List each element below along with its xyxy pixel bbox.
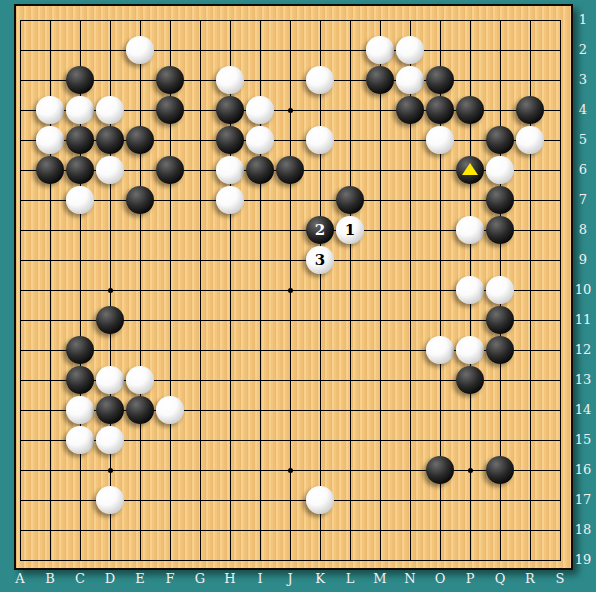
black-stone-M3: [366, 66, 394, 94]
black-stone-C12: [66, 336, 94, 364]
white-stone-L8: 1: [336, 216, 364, 244]
white-stone-H6: [216, 156, 244, 184]
column-label-D: D: [99, 571, 121, 587]
white-stone-M2: [366, 36, 394, 64]
black-stone-O16: [426, 456, 454, 484]
black-stone-L7: [336, 186, 364, 214]
black-stone-F6: [156, 156, 184, 184]
column-label-H: H: [219, 571, 241, 587]
column-label-O: O: [429, 571, 451, 587]
column-label-F: F: [159, 571, 181, 587]
column-label-E: E: [129, 571, 151, 587]
column-label-A: A: [9, 571, 31, 587]
black-stone-E5: [126, 126, 154, 154]
row-label-1: 1: [572, 12, 594, 28]
row-label-8: 8: [572, 222, 594, 238]
row-label-6: 6: [572, 162, 594, 178]
black-stone-N4: [396, 96, 424, 124]
white-stone-D17: [96, 486, 124, 514]
black-stone-C5: [66, 126, 94, 154]
white-stone-D15: [96, 426, 124, 454]
white-stone-N2: [396, 36, 424, 64]
row-label-2: 2: [572, 42, 594, 58]
row-label-13: 13: [572, 372, 594, 388]
column-label-C: C: [69, 571, 91, 587]
black-stone-Q7: [486, 186, 514, 214]
move-number-1: 1: [345, 216, 355, 244]
column-label-S: S: [549, 571, 571, 587]
row-label-19: 19: [572, 552, 594, 568]
row-label-17: 17: [572, 492, 594, 508]
white-stone-C15: [66, 426, 94, 454]
white-stone-Q6: [486, 156, 514, 184]
column-label-B: B: [39, 571, 61, 587]
white-stone-C7: [66, 186, 94, 214]
black-stone-H4: [216, 96, 244, 124]
white-stone-E13: [126, 366, 154, 394]
white-stone-K5: [306, 126, 334, 154]
row-label-4: 4: [572, 102, 594, 118]
black-stone-P4: [456, 96, 484, 124]
black-stone-E14: [126, 396, 154, 424]
star-point: [288, 288, 293, 293]
white-stone-O5: [426, 126, 454, 154]
white-stone-O12: [426, 336, 454, 364]
white-stone-K17: [306, 486, 334, 514]
white-stone-I4: [246, 96, 274, 124]
star-point: [108, 288, 113, 293]
column-label-N: N: [399, 571, 421, 587]
black-stone-D14: [96, 396, 124, 424]
white-stone-P12: [456, 336, 484, 364]
row-label-5: 5: [572, 132, 594, 148]
black-stone-Q12: [486, 336, 514, 364]
move-number-2: 2: [315, 216, 325, 244]
row-label-3: 3: [572, 72, 594, 88]
white-stone-C4: [66, 96, 94, 124]
black-stone-I6: [246, 156, 274, 184]
white-stone-N3: [396, 66, 424, 94]
move-number-3: 3: [315, 246, 325, 274]
black-stone-R4: [516, 96, 544, 124]
black-stone-Q11: [486, 306, 514, 334]
black-stone-O3: [426, 66, 454, 94]
triangle-marker-icon: [462, 163, 478, 175]
column-label-P: P: [459, 571, 481, 587]
white-stone-I5: [246, 126, 274, 154]
white-stone-E2: [126, 36, 154, 64]
black-stone-D11: [96, 306, 124, 334]
column-label-Q: Q: [489, 571, 511, 587]
white-stone-R5: [516, 126, 544, 154]
white-stone-B4: [36, 96, 64, 124]
column-label-I: I: [249, 571, 271, 587]
white-stone-C14: [66, 396, 94, 424]
row-label-9: 9: [572, 252, 594, 268]
black-stone-K8: 2: [306, 216, 334, 244]
white-stone-K9: 3: [306, 246, 334, 274]
white-stone-Q10: [486, 276, 514, 304]
white-stone-K3: [306, 66, 334, 94]
row-label-11: 11: [572, 312, 594, 328]
black-stone-C13: [66, 366, 94, 394]
white-stone-P8: [456, 216, 484, 244]
black-stone-C3: [66, 66, 94, 94]
column-label-J: J: [279, 571, 301, 587]
row-label-12: 12: [572, 342, 594, 358]
column-label-L: L: [339, 571, 361, 587]
black-stone-P6: [456, 156, 484, 184]
black-stone-C6: [66, 156, 94, 184]
go-diagram: 213ABCDEFGHIJKLMNOPQRS123456789101112131…: [0, 0, 596, 592]
column-label-R: R: [519, 571, 541, 587]
grid-line-vertical: [350, 20, 351, 561]
white-stone-P10: [456, 276, 484, 304]
white-stone-H3: [216, 66, 244, 94]
row-label-18: 18: [572, 522, 594, 538]
white-stone-D6: [96, 156, 124, 184]
grid-line-vertical: [560, 20, 561, 561]
star-point: [288, 108, 293, 113]
row-label-14: 14: [572, 402, 594, 418]
black-stone-F3: [156, 66, 184, 94]
row-label-10: 10: [572, 282, 594, 298]
white-stone-H7: [216, 186, 244, 214]
black-stone-E7: [126, 186, 154, 214]
black-stone-Q8: [486, 216, 514, 244]
grid-line-horizontal: [20, 560, 561, 561]
white-stone-D4: [96, 96, 124, 124]
row-label-15: 15: [572, 432, 594, 448]
row-label-7: 7: [572, 192, 594, 208]
star-point: [108, 468, 113, 473]
white-stone-B5: [36, 126, 64, 154]
black-stone-H5: [216, 126, 244, 154]
black-stone-O4: [426, 96, 454, 124]
black-stone-Q5: [486, 126, 514, 154]
grid-line-vertical: [380, 20, 381, 561]
column-label-K: K: [309, 571, 331, 587]
row-label-16: 16: [572, 462, 594, 478]
white-stone-F14: [156, 396, 184, 424]
star-point: [468, 468, 473, 473]
black-stone-J6: [276, 156, 304, 184]
black-stone-Q16: [486, 456, 514, 484]
white-stone-D13: [96, 366, 124, 394]
column-label-G: G: [189, 571, 211, 587]
column-label-M: M: [369, 571, 391, 587]
grid-line-horizontal: [20, 530, 561, 531]
black-stone-F4: [156, 96, 184, 124]
star-point: [288, 468, 293, 473]
grid-line-vertical: [320, 20, 321, 561]
black-stone-D5: [96, 126, 124, 154]
black-stone-B6: [36, 156, 64, 184]
black-stone-P13: [456, 366, 484, 394]
